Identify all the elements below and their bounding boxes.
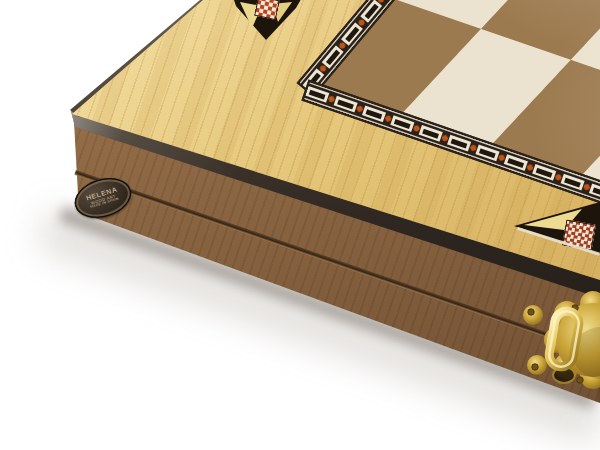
inlay-diamond-front bbox=[512, 200, 600, 258]
product-photo-chess-case: HELENA WOOD ART MADE IN SPAIN bbox=[0, 0, 600, 450]
brass-latch bbox=[514, 291, 600, 403]
inlay-diamond-top bbox=[226, 0, 310, 48]
